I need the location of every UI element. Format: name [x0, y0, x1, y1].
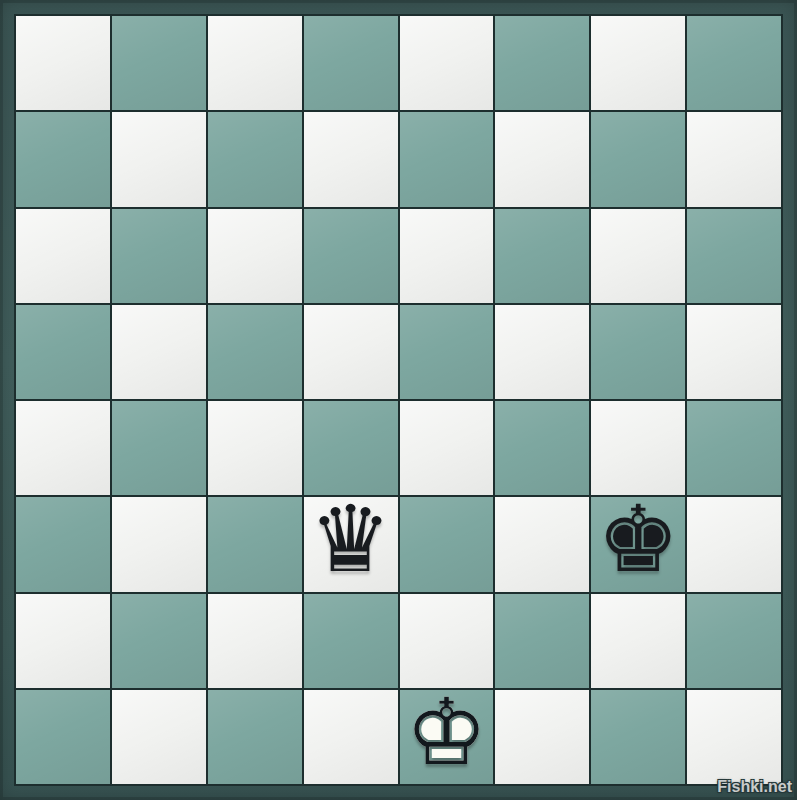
square-c2[interactable]	[208, 594, 302, 688]
square-e2[interactable]	[400, 594, 494, 688]
square-f4[interactable]	[495, 401, 589, 495]
square-f7[interactable]	[495, 112, 589, 206]
square-d8[interactable]	[304, 16, 398, 110]
square-b8[interactable]	[112, 16, 206, 110]
black-queen-glyph: ♛	[309, 495, 391, 587]
square-g7[interactable]	[591, 112, 685, 206]
square-a4[interactable]	[16, 401, 110, 495]
square-e1[interactable]: ♚♔	[400, 690, 494, 784]
black-king-glyph: ♚	[597, 495, 679, 587]
square-a5[interactable]	[16, 305, 110, 399]
square-g6[interactable]	[591, 209, 685, 303]
square-g1[interactable]	[591, 690, 685, 784]
square-a8[interactable]	[16, 16, 110, 110]
square-d3[interactable]: ♛	[304, 497, 398, 591]
square-h4[interactable]	[687, 401, 781, 495]
square-h2[interactable]	[687, 594, 781, 688]
square-g4[interactable]	[591, 401, 685, 495]
square-g8[interactable]	[591, 16, 685, 110]
square-h6[interactable]	[687, 209, 781, 303]
square-f2[interactable]	[495, 594, 589, 688]
square-e3[interactable]	[400, 497, 494, 591]
square-b3[interactable]	[112, 497, 206, 591]
square-f3[interactable]	[495, 497, 589, 591]
square-b1[interactable]	[112, 690, 206, 784]
square-f8[interactable]	[495, 16, 589, 110]
square-d4[interactable]	[304, 401, 398, 495]
chess-diagram: ♛♚♚♔ Fishki.net	[0, 0, 797, 800]
square-c5[interactable]	[208, 305, 302, 399]
square-d2[interactable]	[304, 594, 398, 688]
square-a6[interactable]	[16, 209, 110, 303]
watermark: Fishki.net	[717, 778, 792, 796]
square-g3[interactable]: ♚	[591, 497, 685, 591]
square-c8[interactable]	[208, 16, 302, 110]
square-a2[interactable]	[16, 594, 110, 688]
square-h7[interactable]	[687, 112, 781, 206]
square-h8[interactable]	[687, 16, 781, 110]
black-queen-d3[interactable]: ♛	[304, 497, 398, 591]
square-d7[interactable]	[304, 112, 398, 206]
square-e8[interactable]	[400, 16, 494, 110]
square-a1[interactable]	[16, 690, 110, 784]
square-h5[interactable]	[687, 305, 781, 399]
square-c1[interactable]	[208, 690, 302, 784]
square-f1[interactable]	[495, 690, 589, 784]
square-c6[interactable]	[208, 209, 302, 303]
square-g5[interactable]	[591, 305, 685, 399]
square-b4[interactable]	[112, 401, 206, 495]
square-e4[interactable]	[400, 401, 494, 495]
square-b5[interactable]	[112, 305, 206, 399]
square-e6[interactable]	[400, 209, 494, 303]
square-a3[interactable]	[16, 497, 110, 591]
square-b7[interactable]	[112, 112, 206, 206]
square-h3[interactable]	[687, 497, 781, 591]
square-a7[interactable]	[16, 112, 110, 206]
square-f5[interactable]	[495, 305, 589, 399]
square-g2[interactable]	[591, 594, 685, 688]
square-b2[interactable]	[112, 594, 206, 688]
square-c3[interactable]	[208, 497, 302, 591]
square-e5[interactable]	[400, 305, 494, 399]
white-king-outline: ♔	[405, 687, 487, 779]
square-h1[interactable]	[687, 690, 781, 784]
square-d5[interactable]	[304, 305, 398, 399]
black-king-g3[interactable]: ♚	[591, 497, 685, 591]
square-b6[interactable]	[112, 209, 206, 303]
square-c4[interactable]	[208, 401, 302, 495]
white-king-e1[interactable]: ♚♔	[400, 690, 494, 784]
board: ♛♚♚♔	[14, 14, 783, 786]
square-d6[interactable]	[304, 209, 398, 303]
square-e7[interactable]	[400, 112, 494, 206]
square-f6[interactable]	[495, 209, 589, 303]
square-d1[interactable]	[304, 690, 398, 784]
square-c7[interactable]	[208, 112, 302, 206]
